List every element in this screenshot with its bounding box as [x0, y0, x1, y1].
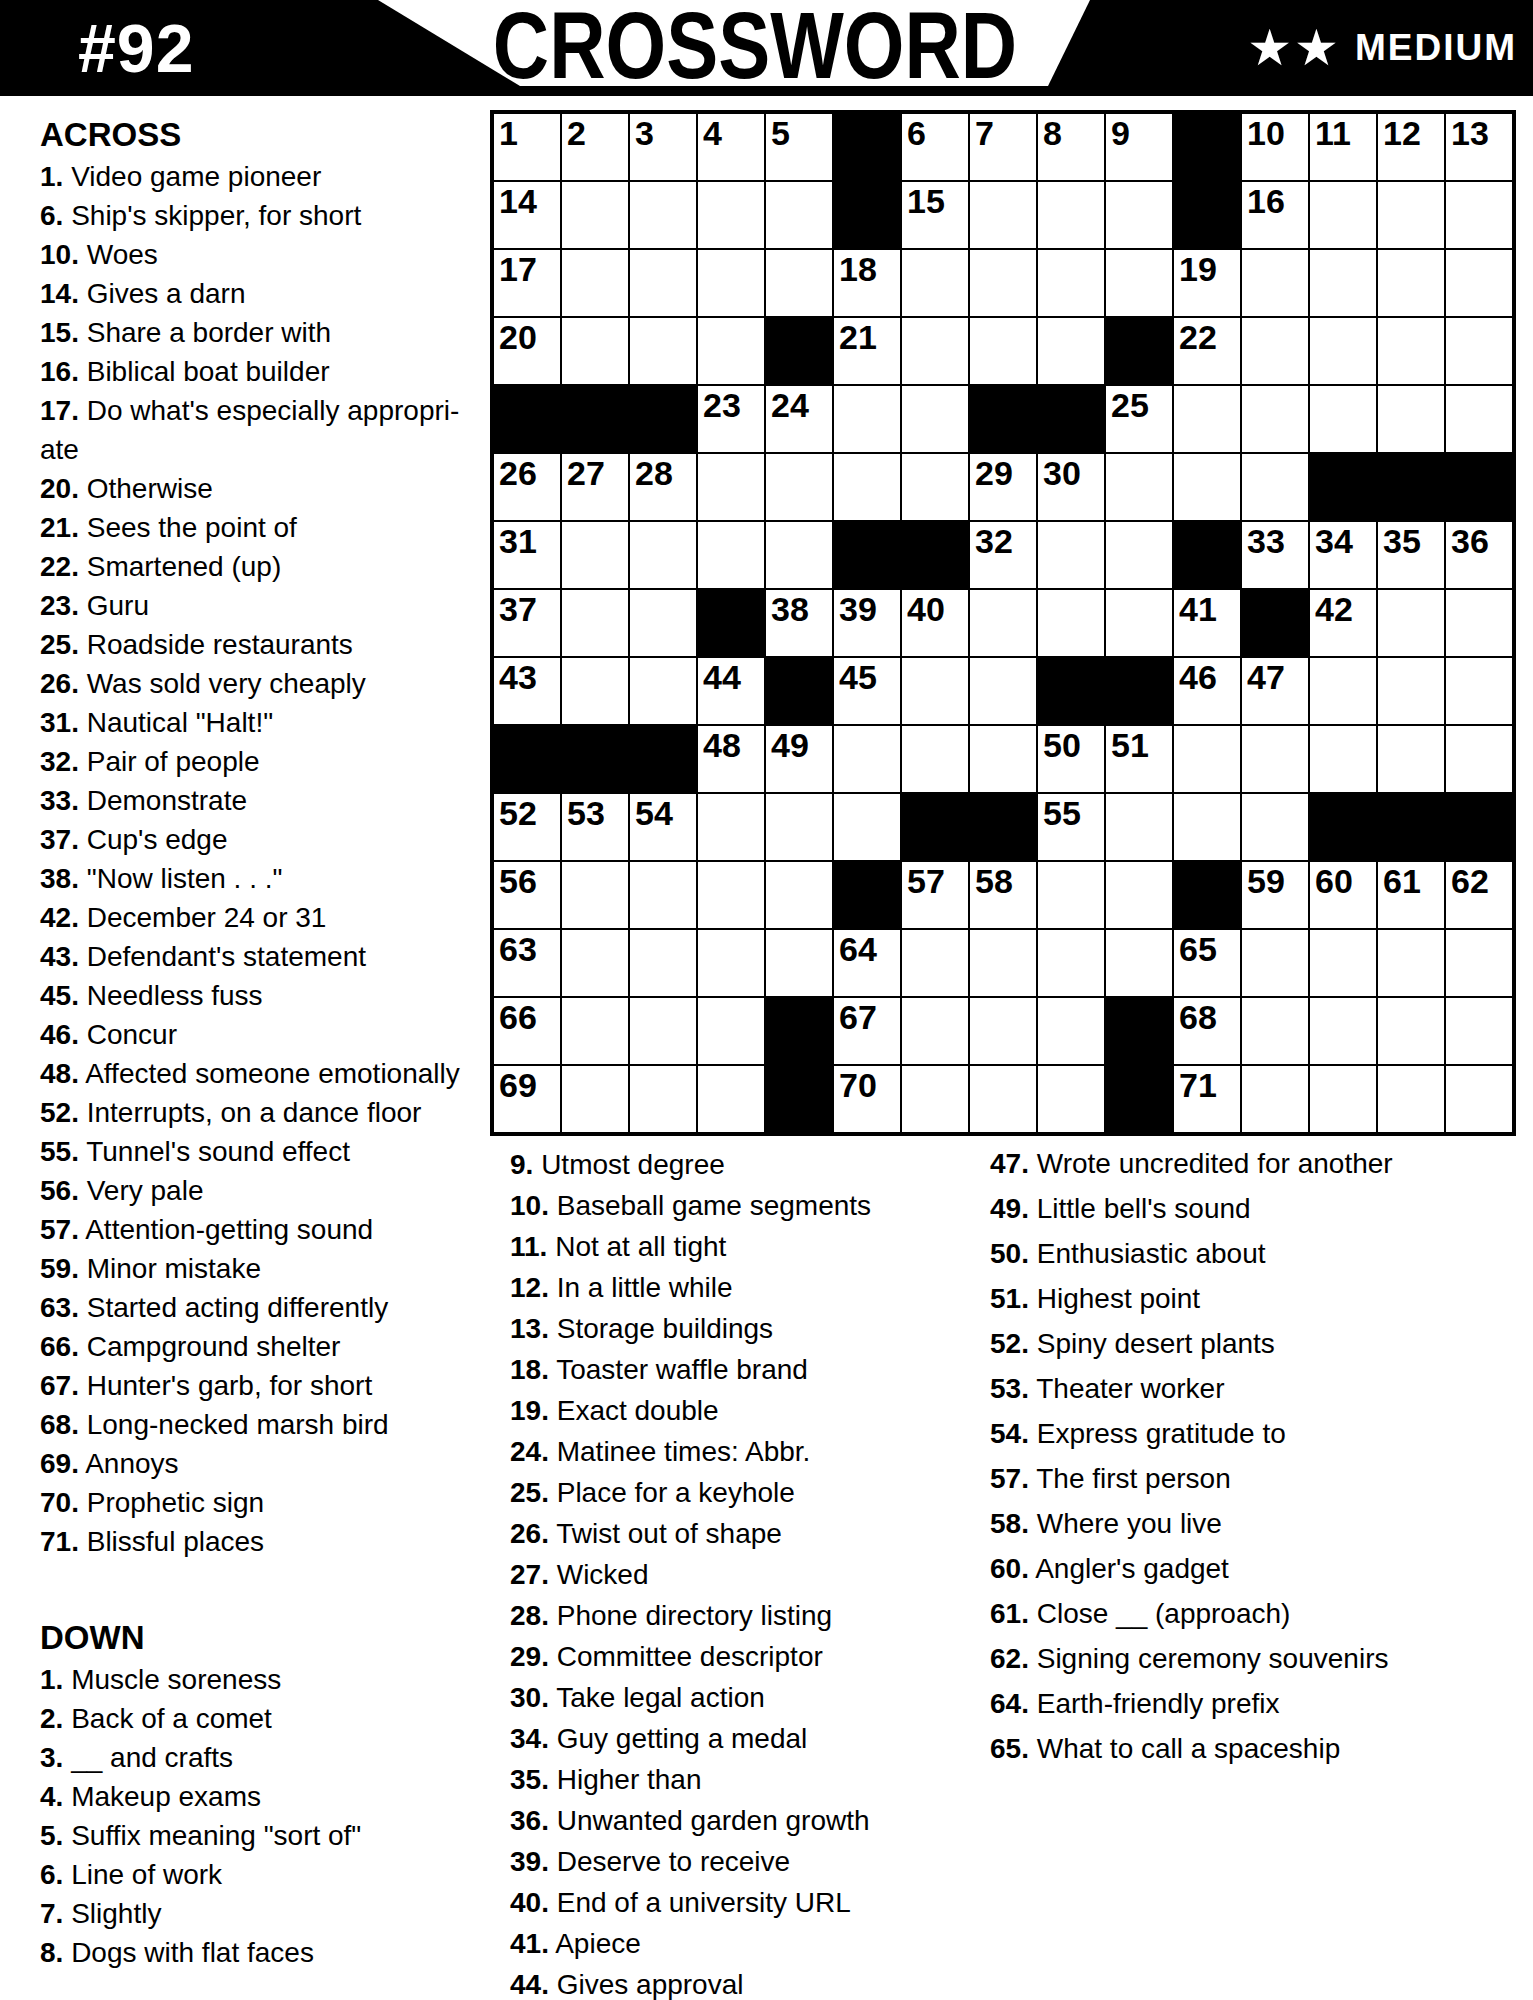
cell-number: 15	[907, 183, 945, 220]
grid-cell-r6c12[interactable]	[1242, 454, 1308, 520]
grid-cell-r11c4[interactable]	[698, 794, 764, 860]
clue-down-19: 19. Exact double	[510, 1390, 965, 1431]
clue-across-45: 45. Needless fuss	[40, 976, 472, 1015]
grid-cell-r15c4[interactable]	[698, 1066, 764, 1132]
grid-cell-r7c15[interactable]: 36	[1446, 522, 1512, 588]
grid-cell-r11c10[interactable]	[1106, 794, 1172, 860]
grid-cell-r4c11[interactable]: 22	[1174, 318, 1240, 384]
grid-cell-r11c11[interactable]	[1174, 794, 1240, 860]
grid-cell-r13c1[interactable]: 63	[494, 930, 560, 996]
grid-cell-r12c15[interactable]: 62	[1446, 862, 1512, 928]
grid-cell-r5c6[interactable]	[834, 386, 900, 452]
cell-number: 40	[907, 591, 945, 628]
cell-number: 27	[567, 455, 605, 492]
cell-number: 2	[567, 115, 586, 152]
clue-number: 10.	[40, 239, 79, 270]
cell-number: 69	[499, 1067, 537, 1104]
grid-cell-r8c2[interactable]	[562, 590, 628, 656]
clue-down-39: 39. Deserve to receive	[510, 1841, 965, 1882]
grid-cell-r7c4[interactable]	[698, 522, 764, 588]
grid-cell-r3c6[interactable]: 18	[834, 250, 900, 316]
cell-number: 24	[771, 387, 809, 424]
grid-cell-r3c3[interactable]	[630, 250, 696, 316]
grid-cell-r2c15[interactable]	[1446, 182, 1512, 248]
grid-cell-r1c8[interactable]: 7	[970, 114, 1036, 180]
cell-number: 10	[1247, 115, 1285, 152]
grid-cell-r2c2[interactable]	[562, 182, 628, 248]
cell-number: 1	[499, 115, 518, 152]
grid-cell-r3c14[interactable]	[1378, 250, 1444, 316]
grid-cell-r8c7[interactable]: 40	[902, 590, 968, 656]
grid-cell-r4c8[interactable]	[970, 318, 1036, 384]
grid-cell-r15c7[interactable]	[902, 1066, 968, 1132]
clue-number: 65.	[990, 1733, 1029, 1764]
grid-cell-r5c10[interactable]: 25	[1106, 386, 1172, 452]
black-cell-r7c6	[834, 522, 900, 588]
grid-cell-r10c4[interactable]: 48	[698, 726, 764, 792]
grid-cell-r2c7[interactable]: 15	[902, 182, 968, 248]
clue-down-64: 64. Earth-friendly prefix	[990, 1681, 1445, 1726]
clue-number: 30.	[510, 1682, 549, 1713]
clue-number: 18.	[510, 1354, 549, 1385]
clue-across-33: 33. Demonstrate	[40, 781, 472, 820]
grid-cell-r6c11[interactable]	[1174, 454, 1240, 520]
grid-cell-r13c6[interactable]: 64	[834, 930, 900, 996]
grid-cell-r14c2[interactable]	[562, 998, 628, 1064]
grid-cell-r6c7[interactable]	[902, 454, 968, 520]
grid-cell-r9c2[interactable]	[562, 658, 628, 724]
grid-cell-r3c5[interactable]	[766, 250, 832, 316]
clue-across-6: 6. Ship's skipper, for short	[40, 196, 472, 235]
grid-cell-r9c6[interactable]: 45	[834, 658, 900, 724]
grid-cell-r12c1[interactable]: 56	[494, 862, 560, 928]
cell-number: 43	[499, 659, 537, 696]
grid-cell-r1c10[interactable]: 9	[1106, 114, 1172, 180]
grid-cell-r1c12[interactable]: 10	[1242, 114, 1308, 180]
grid-cell-r12c3[interactable]	[630, 862, 696, 928]
grid-cell-r1c1[interactable]: 1	[494, 114, 560, 180]
grid-cell-r11c12[interactable]	[1242, 794, 1308, 860]
cell-number: 22	[1179, 319, 1217, 356]
grid-cell-r5c13[interactable]	[1310, 386, 1376, 452]
cell-number: 33	[1247, 523, 1285, 560]
difficulty-label: MEDIUM	[1355, 27, 1517, 69]
grid-cell-r8c6[interactable]: 39	[834, 590, 900, 656]
grid-cell-r2c14[interactable]	[1378, 182, 1444, 248]
grid-cell-r5c14[interactable]	[1378, 386, 1444, 452]
grid-cell-r14c9[interactable]	[1038, 998, 1104, 1064]
grid-cell-r13c14[interactable]	[1378, 930, 1444, 996]
grid-cell-r5c11[interactable]	[1174, 386, 1240, 452]
grid-cell-r11c2[interactable]: 53	[562, 794, 628, 860]
grid-cell-r6c4[interactable]	[698, 454, 764, 520]
clue-number: 71.	[40, 1526, 79, 1557]
grid-cell-r3c11[interactable]: 19	[1174, 250, 1240, 316]
grid-cell-r12c5[interactable]	[766, 862, 832, 928]
grid-cell-r9c13[interactable]	[1310, 658, 1376, 724]
clue-number: 41.	[510, 1928, 549, 1959]
clue-down-36: 36. Unwanted garden growth	[510, 1800, 965, 1841]
grid-cell-r12c4[interactable]	[698, 862, 764, 928]
grid-cell-r6c10[interactable]	[1106, 454, 1172, 520]
clue-number: 63.	[40, 1292, 79, 1323]
clue-down-24: 24. Matinee times: Abbr.	[510, 1431, 965, 1472]
clue-number: 44.	[510, 1969, 549, 2000]
grid-cell-r12c7[interactable]: 57	[902, 862, 968, 928]
grid-cell-r5c7[interactable]	[902, 386, 968, 452]
black-cell-r1c11	[1174, 114, 1240, 180]
grid-cell-r11c9[interactable]: 55	[1038, 794, 1104, 860]
grid-cell-r3c13[interactable]	[1310, 250, 1376, 316]
across-clue-list: 1. Video game pioneer6. Ship's skipper, …	[40, 157, 472, 1561]
cell-number: 31	[499, 523, 537, 560]
clue-number: 27.	[510, 1559, 549, 1590]
puzzle-header: #92 CROSSWORD ★★ MEDIUM	[0, 0, 1533, 96]
grid-cell-r13c8[interactable]	[970, 930, 1036, 996]
grid-cell-r10c9[interactable]: 50	[1038, 726, 1104, 792]
clue-across-22: 22. Smartened (up)	[40, 547, 472, 586]
grid-cell-r9c14[interactable]	[1378, 658, 1444, 724]
grid-cell-r5c12[interactable]	[1242, 386, 1308, 452]
grid-cell-r4c3[interactable]	[630, 318, 696, 384]
clue-down-58: 58. Where you live	[990, 1501, 1445, 1546]
grid-cell-r13c4[interactable]	[698, 930, 764, 996]
grid-cell-r5c15[interactable]	[1446, 386, 1512, 452]
cell-number: 54	[635, 795, 673, 832]
grid-cell-r6c5[interactable]	[766, 454, 832, 520]
grid-cell-r1c4[interactable]: 4	[698, 114, 764, 180]
grid-cell-r15c6[interactable]: 70	[834, 1066, 900, 1132]
cell-number: 30	[1043, 455, 1081, 492]
grid-cell-r3c1[interactable]: 17	[494, 250, 560, 316]
grid-cell-r2c12[interactable]: 16	[1242, 182, 1308, 248]
grid-cell-r4c1[interactable]: 20	[494, 318, 560, 384]
clue-number: 4.	[40, 1781, 63, 1812]
clue-across-57: 57. Attention-getting sound	[40, 1210, 472, 1249]
grid-cell-r12c8[interactable]: 58	[970, 862, 1036, 928]
cell-number: 56	[499, 863, 537, 900]
grid-cell-r3c7[interactable]	[902, 250, 968, 316]
grid-cell-r4c2[interactable]	[562, 318, 628, 384]
grid-cell-r15c14[interactable]	[1378, 1066, 1444, 1132]
grid-cell-r2c10[interactable]	[1106, 182, 1172, 248]
black-cell-r4c10	[1106, 318, 1172, 384]
cell-number: 13	[1451, 115, 1489, 152]
grid-cell-r8c14[interactable]	[1378, 590, 1444, 656]
grid-cell-r11c1[interactable]: 52	[494, 794, 560, 860]
grid-cell-r10c13[interactable]	[1310, 726, 1376, 792]
clue-down-47: 47. Wrote uncredited for another	[990, 1141, 1445, 1186]
down-heading: DOWN	[40, 1616, 472, 1660]
clue-down-60: 60. Angler's gadget	[990, 1546, 1445, 1591]
grid-cell-r3c2[interactable]	[562, 250, 628, 316]
grid-cell-r13c12[interactable]	[1242, 930, 1308, 996]
grid-cell-r13c15[interactable]	[1446, 930, 1512, 996]
cell-number: 48	[703, 727, 741, 764]
grid-cell-r10c11[interactable]	[1174, 726, 1240, 792]
grid-cell-r2c8[interactable]	[970, 182, 1036, 248]
grid-cell-r15c2[interactable]	[562, 1066, 628, 1132]
clue-number: 61.	[990, 1598, 1029, 1629]
grid-cell-r7c9[interactable]	[1038, 522, 1104, 588]
clue-down-50: 50. Enthusiastic about	[990, 1231, 1445, 1276]
grid-cell-r15c13[interactable]	[1310, 1066, 1376, 1132]
cell-number: 3	[635, 115, 654, 152]
grid-cell-r8c1[interactable]: 37	[494, 590, 560, 656]
clue-number: 8.	[40, 1937, 63, 1968]
grid-cell-r14c6[interactable]: 67	[834, 998, 900, 1064]
grid-cell-r9c12[interactable]: 47	[1242, 658, 1308, 724]
grid-cell-r9c4[interactable]: 44	[698, 658, 764, 724]
grid-cell-r7c12[interactable]: 33	[1242, 522, 1308, 588]
clue-number: 48.	[40, 1058, 79, 1089]
clue-down-3: 3. __ and crafts	[40, 1738, 472, 1777]
grid-cell-r13c13[interactable]	[1310, 930, 1376, 996]
grid-cell-r9c3[interactable]	[630, 658, 696, 724]
clue-number: 68.	[40, 1409, 79, 1440]
grid-cell-r4c9[interactable]	[1038, 318, 1104, 384]
grid-cell-r2c5[interactable]	[766, 182, 832, 248]
grid-cell-r1c3[interactable]: 3	[630, 114, 696, 180]
grid-cell-r13c10[interactable]	[1106, 930, 1172, 996]
grid-cell-r7c2[interactable]	[562, 522, 628, 588]
black-cell-r6c15	[1446, 454, 1512, 520]
grid-cell-r2c3[interactable]	[630, 182, 696, 248]
clue-number: 24.	[510, 1436, 549, 1467]
grid-cell-r11c5[interactable]	[766, 794, 832, 860]
grid-cell-r8c3[interactable]	[630, 590, 696, 656]
grid-cell-r1c15[interactable]: 13	[1446, 114, 1512, 180]
clue-number: 9.	[510, 1149, 533, 1180]
clue-across-55: 55. Tunnel's sound effect	[40, 1132, 472, 1171]
grid-cell-r5c4[interactable]: 23	[698, 386, 764, 452]
grid-cell-r15c12[interactable]	[1242, 1066, 1308, 1132]
clue-number: 20.	[40, 473, 79, 504]
grid-cell-r9c15[interactable]	[1446, 658, 1512, 724]
grid-cell-r7c5[interactable]	[766, 522, 832, 588]
grid-cell-r10c8[interactable]	[970, 726, 1036, 792]
grid-cell-r15c15[interactable]	[1446, 1066, 1512, 1132]
black-cell-r11c14	[1378, 794, 1444, 860]
clue-across-46: 46. Concur	[40, 1015, 472, 1054]
grid-cell-r12c13[interactable]: 60	[1310, 862, 1376, 928]
grid-cell-r12c10[interactable]	[1106, 862, 1172, 928]
grid-cell-r7c8[interactable]: 32	[970, 522, 1036, 588]
clue-number: 32.	[40, 746, 79, 777]
crossword-page: #92 CROSSWORD ★★ MEDIUM ACROSS 1. Video …	[0, 0, 1533, 2000]
grid-cell-r4c12[interactable]	[1242, 318, 1308, 384]
grid-cell-r14c13[interactable]	[1310, 998, 1376, 1064]
grid-cell-r6c3[interactable]: 28	[630, 454, 696, 520]
clue-down-13: 13. Storage buildings	[510, 1308, 965, 1349]
grid-cell-r13c2[interactable]	[562, 930, 628, 996]
grid-cell-r9c8[interactable]	[970, 658, 1036, 724]
clue-number: 6.	[40, 200, 63, 231]
grid-cell-r8c5[interactable]: 38	[766, 590, 832, 656]
clue-number: 26.	[40, 668, 79, 699]
cell-number: 14	[499, 183, 537, 220]
grid-cell-r6c9[interactable]: 30	[1038, 454, 1104, 520]
grid-cell-r7c1[interactable]: 31	[494, 522, 560, 588]
cell-number: 62	[1451, 863, 1489, 900]
grid-cell-r10c12[interactable]	[1242, 726, 1308, 792]
clue-number: 3.	[40, 1742, 63, 1773]
clue-across-66: 66. Campground shelter	[40, 1327, 472, 1366]
cell-number: 37	[499, 591, 537, 628]
cell-number: 57	[907, 863, 945, 900]
clue-number: 31.	[40, 707, 79, 738]
grid-cell-r14c1[interactable]: 66	[494, 998, 560, 1064]
grid-cell-r4c13[interactable]	[1310, 318, 1376, 384]
grid-cell-r3c15[interactable]	[1446, 250, 1512, 316]
grid-cell-r14c15[interactable]	[1446, 998, 1512, 1064]
grid-cell-r15c9[interactable]	[1038, 1066, 1104, 1132]
grid-cell-r2c9[interactable]	[1038, 182, 1104, 248]
grid-cell-r5c5[interactable]: 24	[766, 386, 832, 452]
grid-cell-r7c13[interactable]: 34	[1310, 522, 1376, 588]
clue-down-10: 10. Baseball game segments	[510, 1185, 965, 1226]
grid-cell-r8c10[interactable]	[1106, 590, 1172, 656]
grid-cell-r1c13[interactable]: 11	[1310, 114, 1376, 180]
cell-number: 12	[1383, 115, 1421, 152]
grid-cell-r3c8[interactable]	[970, 250, 1036, 316]
grid-cell-r14c12[interactable]	[1242, 998, 1308, 1064]
clue-down-26: 26. Twist out of shape	[510, 1513, 965, 1554]
cell-number: 6	[907, 115, 926, 152]
grid-cell-r1c7[interactable]: 6	[902, 114, 968, 180]
grid-cell-r15c3[interactable]	[630, 1066, 696, 1132]
grid-cell-r13c5[interactable]	[766, 930, 832, 996]
grid-cell-r14c7[interactable]	[902, 998, 968, 1064]
black-cell-r4c5	[766, 318, 832, 384]
grid-cell-r3c9[interactable]	[1038, 250, 1104, 316]
clue-number: 21.	[40, 512, 79, 543]
grid-cell-r7c10[interactable]	[1106, 522, 1172, 588]
grid-cell-r9c7[interactable]	[902, 658, 968, 724]
grid-cell-r10c7[interactable]	[902, 726, 968, 792]
clue-number: 56.	[40, 1175, 79, 1206]
grid-cell-r1c2[interactable]: 2	[562, 114, 628, 180]
grid-cell-r4c6[interactable]: 21	[834, 318, 900, 384]
grid-cell-r11c6[interactable]	[834, 794, 900, 860]
black-cell-r15c5	[766, 1066, 832, 1132]
grid-cell-r14c4[interactable]	[698, 998, 764, 1064]
grid-cell-r7c3[interactable]	[630, 522, 696, 588]
grid-cell-r13c9[interactable]	[1038, 930, 1104, 996]
grid-cell-r9c11[interactable]: 46	[1174, 658, 1240, 724]
difficulty-badge: ★★ MEDIUM	[1247, 0, 1517, 96]
grid-cell-r3c12[interactable]	[1242, 250, 1308, 316]
grid-cell-r8c13[interactable]: 42	[1310, 590, 1376, 656]
grid-cell-r10c10[interactable]: 51	[1106, 726, 1172, 792]
grid-cell-r3c4[interactable]	[698, 250, 764, 316]
grid-cell-r12c14[interactable]: 61	[1378, 862, 1444, 928]
grid-cell-r15c8[interactable]	[970, 1066, 1036, 1132]
grid-cell-r14c11[interactable]: 68	[1174, 998, 1240, 1064]
clue-number: 58.	[990, 1508, 1029, 1539]
grid-cell-r14c8[interactable]	[970, 998, 1036, 1064]
clue-number: 42.	[40, 902, 79, 933]
clue-number: 17.	[40, 395, 79, 426]
grid-cell-r4c7[interactable]	[902, 318, 968, 384]
clue-down-52: 52. Spiny desert plants	[990, 1321, 1445, 1366]
grid-cell-r15c11[interactable]: 71	[1174, 1066, 1240, 1132]
clue-number: 57.	[990, 1463, 1029, 1494]
grid-cell-r2c13[interactable]	[1310, 182, 1376, 248]
clue-number: 43.	[40, 941, 79, 972]
grid-cell-r10c14[interactable]	[1378, 726, 1444, 792]
grid-cell-r8c11[interactable]: 41	[1174, 590, 1240, 656]
grid-cell-r8c9[interactable]	[1038, 590, 1104, 656]
grid-cell-r11c3[interactable]: 54	[630, 794, 696, 860]
grid-cell-r12c9[interactable]	[1038, 862, 1104, 928]
clue-number: 52.	[990, 1328, 1029, 1359]
grid-cell-r6c8[interactable]: 29	[970, 454, 1036, 520]
clue-across-48: 48. Affected someone emotional­ly	[40, 1054, 472, 1093]
grid-cell-r8c8[interactable]	[970, 590, 1036, 656]
grid-cell-r6c2[interactable]: 27	[562, 454, 628, 520]
grid-cell-r2c4[interactable]	[698, 182, 764, 248]
cell-number: 52	[499, 795, 537, 832]
grid-cell-r4c14[interactable]	[1378, 318, 1444, 384]
clue-number: 49.	[990, 1193, 1029, 1224]
clue-number: 51.	[990, 1283, 1029, 1314]
grid-cell-r1c5[interactable]: 5	[766, 114, 832, 180]
grid-cell-r14c14[interactable]	[1378, 998, 1444, 1064]
grid-cell-r1c14[interactable]: 12	[1378, 114, 1444, 180]
clue-down-27: 27. Wicked	[510, 1554, 965, 1595]
clue-number: 19.	[510, 1395, 549, 1426]
grid-cell-r14c3[interactable]	[630, 998, 696, 1064]
clue-across-70: 70. Prophetic sign	[40, 1483, 472, 1522]
grid-cell-r15c1[interactable]: 69	[494, 1066, 560, 1132]
clue-number: 47.	[990, 1148, 1029, 1179]
grid-cell-r1c9[interactable]: 8	[1038, 114, 1104, 180]
clue-down-4: 4. Makeup exams	[40, 1777, 472, 1816]
grid-cell-r13c3[interactable]	[630, 930, 696, 996]
clue-down-12: 12. In a little while	[510, 1267, 965, 1308]
grid-cell-r4c4[interactable]	[698, 318, 764, 384]
grid-cell-r13c7[interactable]	[902, 930, 968, 996]
black-cell-r7c7	[902, 522, 968, 588]
grid-cell-r13c11[interactable]: 65	[1174, 930, 1240, 996]
grid-cell-r3c10[interactable]	[1106, 250, 1172, 316]
grid-cell-r10c5[interactable]: 49	[766, 726, 832, 792]
grid-cell-r4c15[interactable]	[1446, 318, 1512, 384]
grid-cell-r10c15[interactable]	[1446, 726, 1512, 792]
grid-cell-r12c12[interactable]: 59	[1242, 862, 1308, 928]
clue-down-44: 44. Gives approval	[510, 1964, 965, 2000]
grid-cell-r6c1[interactable]: 26	[494, 454, 560, 520]
black-cell-r8c4	[698, 590, 764, 656]
clue-down-53: 53. Theater worker	[990, 1366, 1445, 1411]
grid-cell-r2c1[interactable]: 14	[494, 182, 560, 248]
black-cell-r12c11	[1174, 862, 1240, 928]
clue-down-5: 5. Suffix meaning "sort of"	[40, 1816, 472, 1855]
clue-number: 33.	[40, 785, 79, 816]
clue-across-23: 23. Guru	[40, 586, 472, 625]
grid-cell-r10c6[interactable]	[834, 726, 900, 792]
grid-cell-r8c15[interactable]	[1446, 590, 1512, 656]
clue-across-59: 59. Minor mistake	[40, 1249, 472, 1288]
grid-cell-r6c6[interactable]	[834, 454, 900, 520]
grid-cell-r12c2[interactable]	[562, 862, 628, 928]
grid-cell-r9c1[interactable]: 43	[494, 658, 560, 724]
clue-number: 23.	[40, 590, 79, 621]
clue-down-6: 6. Line of work	[40, 1855, 472, 1894]
grid-cell-r7c14[interactable]: 35	[1378, 522, 1444, 588]
cell-number: 68	[1179, 999, 1217, 1036]
